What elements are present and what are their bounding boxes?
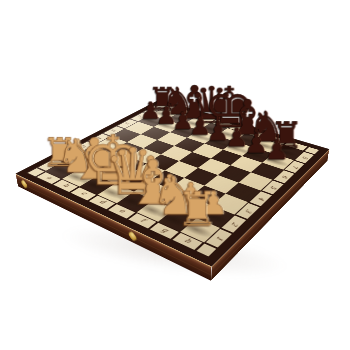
coordinate-text: h — [182, 238, 192, 245]
coordinate-text: 6 — [280, 175, 289, 179]
coordinate-text: 1 — [214, 235, 224, 241]
rook-glyph: ♜ — [160, 185, 234, 232]
brass-clasp-icon — [20, 179, 27, 189]
coordinate-text: 5 — [268, 185, 277, 190]
coordinate-text: 7 — [290, 165, 299, 169]
pawn-glyph: ♟ — [246, 136, 306, 163]
coordinate-text: 4 — [256, 196, 265, 201]
product-photo: abcdefgh8877665544332211abcdefgh ♜♞♝♛♚♝♞… — [0, 0, 350, 350]
brass-clasp-icon — [128, 231, 138, 242]
